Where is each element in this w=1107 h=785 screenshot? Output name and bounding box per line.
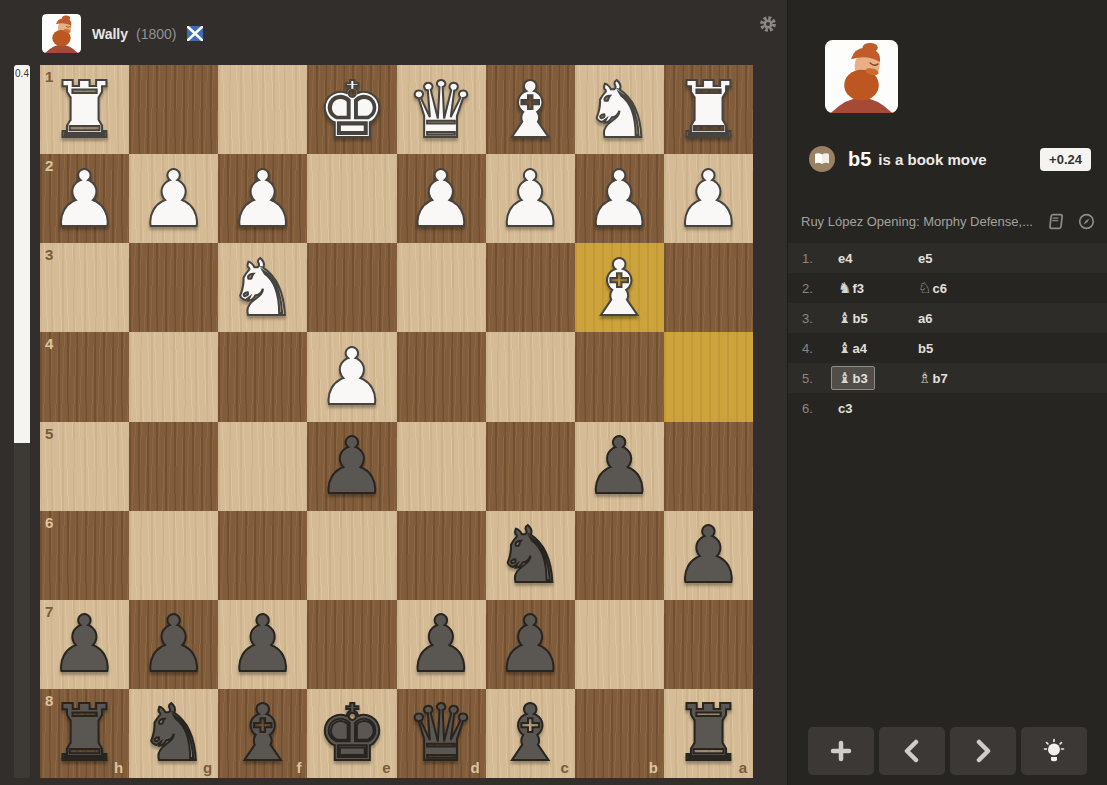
piece-white-bishop-b3[interactable]: ♝ xyxy=(575,243,664,332)
move-number: 1. xyxy=(802,251,831,266)
move-cell-black: a6 xyxy=(911,308,991,329)
move-row-6: 6.c3 xyxy=(788,393,1107,423)
square-g4[interactable] xyxy=(129,332,218,421)
move-4-white[interactable]: ♝a4 xyxy=(831,336,874,360)
explorer-compass-icon[interactable] xyxy=(1078,213,1095,230)
square-a2[interactable]: ♟ xyxy=(664,154,753,243)
move-cell-black: ♘c6 xyxy=(911,276,991,300)
openings-book-icon[interactable] xyxy=(1048,213,1065,230)
piece-black-pawn-g7[interactable]: ♟ xyxy=(129,600,218,689)
piece-white-knight-f3[interactable]: ♞ xyxy=(218,243,307,332)
piece-black-pawn-a6[interactable]: ♟ xyxy=(664,511,753,600)
move-4-black[interactable]: b5 xyxy=(911,338,940,359)
move-cell-black: b5 xyxy=(911,338,991,359)
square-f5[interactable] xyxy=(218,422,307,511)
comment-text: is a book move xyxy=(878,151,1040,168)
move-row-4: 4.♝a4b5 xyxy=(788,333,1107,363)
move-san: f3 xyxy=(852,281,864,296)
square-g1[interactable] xyxy=(129,65,218,154)
square-d6[interactable] xyxy=(397,511,486,600)
move-cell-white: ♝b3 xyxy=(831,366,911,390)
square-d2[interactable]: ♟ xyxy=(397,154,486,243)
settings-gear-icon[interactable] xyxy=(759,15,777,33)
back-button[interactable] xyxy=(879,727,945,775)
square-h8[interactable]: 8h♜ xyxy=(40,689,129,778)
move-number: 2. xyxy=(802,281,831,296)
analysis-panel: b5 is a book move +0.24 Ruy López Openin… xyxy=(787,0,1107,785)
square-g6[interactable] xyxy=(129,511,218,600)
file-label-c: c xyxy=(560,759,568,776)
square-f4[interactable] xyxy=(218,332,307,421)
player-avatar xyxy=(42,14,81,53)
square-b5[interactable]: ♟ xyxy=(575,422,664,511)
move-san: c6 xyxy=(932,281,946,296)
square-b8[interactable]: b xyxy=(575,689,664,778)
move-san: b3 xyxy=(852,371,867,386)
move-row-5: 5.♝b3♗b7 xyxy=(788,363,1107,393)
square-c2[interactable]: ♟ xyxy=(486,154,575,243)
move-san: b7 xyxy=(932,371,947,386)
square-e6[interactable] xyxy=(307,511,396,600)
piece-white-pawn-e4[interactable]: ♟ xyxy=(307,332,396,421)
square-c7[interactable]: ♟ xyxy=(486,600,575,689)
piece-white-queen-d1[interactable]: ♛ xyxy=(397,65,486,154)
chess-board: 1♜♚♛♝♞♜2♟♟♟♟♟♟♟3♞♝4♟5♟♟6♞♟7♟♟♟♟♟8h♜g♞f♝e… xyxy=(40,65,753,778)
chevron-right-icon xyxy=(973,739,993,763)
square-e4[interactable]: ♟ xyxy=(307,332,396,421)
move-san: c3 xyxy=(838,401,852,416)
square-c3[interactable] xyxy=(486,243,575,332)
square-f7[interactable]: ♟ xyxy=(218,600,307,689)
rank-label-3: 3 xyxy=(45,246,53,263)
piece-black-pawn-c7[interactable]: ♟ xyxy=(486,600,575,689)
comment-move: b5 xyxy=(848,148,871,171)
plus-button[interactable] xyxy=(808,727,874,775)
piece-black-pawn-b5[interactable]: ♟ xyxy=(575,422,664,511)
square-h4[interactable]: 4 xyxy=(40,332,129,421)
square-c1[interactable]: ♝ xyxy=(486,65,575,154)
square-b7[interactable] xyxy=(575,600,664,689)
piece-white-pawn-c2[interactable]: ♟ xyxy=(486,154,575,243)
square-g3[interactable] xyxy=(129,243,218,332)
scotland-flag-icon xyxy=(187,26,203,41)
move-number: 3. xyxy=(802,311,831,326)
square-g7[interactable]: ♟ xyxy=(129,600,218,689)
move-3-black[interactable]: a6 xyxy=(911,308,939,329)
move-san: e5 xyxy=(918,251,932,266)
square-f2[interactable]: ♟ xyxy=(218,154,307,243)
square-c5[interactable] xyxy=(486,422,575,511)
square-f8[interactable]: f♝ xyxy=(218,689,307,778)
piece-black-knight-c6[interactable]: ♞ xyxy=(486,511,575,600)
square-h5[interactable]: 5 xyxy=(40,422,129,511)
square-a7[interactable] xyxy=(664,600,753,689)
square-e8[interactable]: e♚ xyxy=(307,689,396,778)
square-a5[interactable] xyxy=(664,422,753,511)
square-b3[interactable]: ♝ xyxy=(575,243,664,332)
square-g2[interactable]: ♟ xyxy=(129,154,218,243)
square-h2[interactable]: 2♟ xyxy=(40,154,129,243)
move-row-1: 1.e4e5 xyxy=(788,243,1107,273)
move-2-black[interactable]: ♘c6 xyxy=(911,276,954,300)
move-6-white[interactable]: c3 xyxy=(831,398,859,419)
square-e7[interactable] xyxy=(307,600,396,689)
move-number: 6. xyxy=(802,401,831,416)
square-a6[interactable]: ♟ xyxy=(664,511,753,600)
player-name: Wally xyxy=(92,26,128,42)
opening-row[interactable]: Ruy López Opening: Morphy Defense,... xyxy=(801,206,1095,236)
square-c8[interactable]: c♝ xyxy=(486,689,575,778)
file-label-d: d xyxy=(470,759,479,776)
eval-white-section: 0.4 xyxy=(14,65,30,443)
eval-badge: +0.24 xyxy=(1040,148,1091,171)
move-1-white[interactable]: e4 xyxy=(831,248,859,269)
square-b2[interactable]: ♟ xyxy=(575,154,664,243)
piece-white-pawn-d2[interactable]: ♟ xyxy=(397,154,486,243)
board-controls xyxy=(808,727,1087,775)
piece-black-pawn-e5[interactable]: ♟ xyxy=(307,422,396,511)
white-figurine-icon: ♝ xyxy=(838,369,851,387)
square-d7[interactable]: ♟ xyxy=(397,600,486,689)
move-san: b5 xyxy=(852,311,867,326)
move-san: a6 xyxy=(918,311,932,326)
piece-white-pawn-b2[interactable]: ♟ xyxy=(575,154,664,243)
move-list: 1.e4e52.♞f3♘c63.♝b5a64.♝a4b55.♝b3♗b76.c3 xyxy=(788,243,1107,423)
square-f6[interactable] xyxy=(218,511,307,600)
move-cell-black: e5 xyxy=(911,248,991,269)
square-e1[interactable]: ♚ xyxy=(307,65,396,154)
move-cell-white: c3 xyxy=(831,398,911,419)
move-number: 4. xyxy=(802,341,831,356)
square-d5[interactable] xyxy=(397,422,486,511)
eval-value: 0.4 xyxy=(15,68,29,443)
piece-black-bishop-f8[interactable]: ♝ xyxy=(218,689,307,778)
black-figurine-icon: ♗ xyxy=(918,369,931,387)
move-cell-black: ♗b7 xyxy=(911,366,991,390)
square-e5[interactable]: ♟ xyxy=(307,422,396,511)
square-h7[interactable]: 7♟ xyxy=(40,600,129,689)
square-a8[interactable]: a♜ xyxy=(664,689,753,778)
move-san: e4 xyxy=(838,251,852,266)
piece-white-pawn-f2[interactable]: ♟ xyxy=(218,154,307,243)
file-label-f: f xyxy=(296,759,301,776)
white-figurine-icon: ♝ xyxy=(838,309,851,327)
move-5-white-current[interactable]: ♝b3 xyxy=(831,366,875,390)
square-h6[interactable]: 6 xyxy=(40,511,129,600)
player-rating: (1800) xyxy=(136,26,176,42)
piece-black-pawn-h7[interactable]: ♟ xyxy=(40,600,129,689)
move-cell-white: ♞f3 xyxy=(831,276,911,300)
piece-white-pawn-g2[interactable]: ♟ xyxy=(129,154,218,243)
square-g5[interactable] xyxy=(129,422,218,511)
square-d3[interactable] xyxy=(397,243,486,332)
square-f1[interactable] xyxy=(218,65,307,154)
piece-black-pawn-d7[interactable]: ♟ xyxy=(397,600,486,689)
move-1-black[interactable]: e5 xyxy=(911,248,939,269)
piece-white-knight-b1[interactable]: ♞ xyxy=(575,65,664,154)
coach-avatar xyxy=(824,40,899,113)
move-2-white[interactable]: ♞f3 xyxy=(831,276,871,300)
white-figurine-icon: ♝ xyxy=(838,339,851,357)
square-h1[interactable]: 1♜ xyxy=(40,65,129,154)
move-cell-white: ♝a4 xyxy=(831,336,911,360)
move-san: a4 xyxy=(852,341,866,356)
hint-button[interactable] xyxy=(1021,727,1087,775)
file-label-e: e xyxy=(382,759,390,776)
file-label-a: a xyxy=(739,759,747,776)
move-row-3: 3.♝b5a6 xyxy=(788,303,1107,333)
top-player-info: Wally (1800) xyxy=(42,14,203,53)
piece-white-pawn-h2[interactable]: ♟ xyxy=(40,154,129,243)
rank-label-5: 5 xyxy=(45,425,53,442)
square-d1[interactable]: ♛ xyxy=(397,65,486,154)
move-number: 5. xyxy=(802,371,831,386)
rank-label-6: 6 xyxy=(45,514,53,531)
chevron-left-icon xyxy=(902,739,922,763)
square-d8[interactable]: d♛ xyxy=(397,689,486,778)
white-figurine-icon: ♞ xyxy=(838,279,851,297)
square-b1[interactable]: ♞ xyxy=(575,65,664,154)
rank-label-7: 7 xyxy=(45,603,53,620)
chess-analysis-app: Wally (1800) 0.4 1♜♚♛♝♞♜2♟♟♟♟♟♟♟3♞♝4♟5♟♟… xyxy=(0,0,1107,785)
lightbulb-icon xyxy=(1043,738,1065,764)
piece-white-rook-h1[interactable]: ♜ xyxy=(40,65,129,154)
rank-label-4: 4 xyxy=(45,335,53,352)
rank-label-8: 8 xyxy=(45,692,53,709)
square-g8[interactable]: g♞ xyxy=(129,689,218,778)
book-icon xyxy=(809,146,835,172)
file-label-g: g xyxy=(203,759,212,776)
square-c6[interactable]: ♞ xyxy=(486,511,575,600)
move-5-black[interactable]: ♗b7 xyxy=(911,366,955,390)
evaluation-bar: 0.4 xyxy=(14,65,30,778)
square-b4[interactable] xyxy=(575,332,664,421)
opening-name[interactable]: Ruy López Opening: Morphy Defense,... xyxy=(801,214,1035,229)
move-3-white[interactable]: ♝b5 xyxy=(831,306,875,330)
black-figurine-icon: ♘ xyxy=(918,279,931,297)
move-cell-white: e4 xyxy=(831,248,911,269)
rank-label-2: 2 xyxy=(45,157,53,174)
square-f3[interactable]: ♞ xyxy=(218,243,307,332)
forward-button[interactable] xyxy=(950,727,1016,775)
piece-white-rook-a1[interactable]: ♜ xyxy=(664,65,753,154)
file-label-b: b xyxy=(649,759,658,776)
move-cell-white: ♝b5 xyxy=(831,306,911,330)
square-c4[interactable] xyxy=(486,332,575,421)
file-label-h: h xyxy=(114,759,123,776)
square-e3[interactable] xyxy=(307,243,396,332)
piece-white-pawn-a2[interactable]: ♟ xyxy=(664,154,753,243)
move-row-2: 2.♞f3♘c6 xyxy=(788,273,1107,303)
move-san: b5 xyxy=(918,341,933,356)
square-b6[interactable] xyxy=(575,511,664,600)
rank-label-1: 1 xyxy=(45,68,53,85)
square-a4[interactable] xyxy=(664,332,753,421)
square-h3[interactable]: 3 xyxy=(40,243,129,332)
piece-black-pawn-f7[interactable]: ♟ xyxy=(218,600,307,689)
piece-white-king-e1[interactable]: ♚ xyxy=(307,65,396,154)
plus-icon xyxy=(829,739,853,763)
piece-white-bishop-c1[interactable]: ♝ xyxy=(486,65,575,154)
square-a3[interactable] xyxy=(664,243,753,332)
square-a1[interactable]: ♜ xyxy=(664,65,753,154)
square-e2[interactable] xyxy=(307,154,396,243)
move-comment: b5 is a book move +0.24 xyxy=(809,144,1091,174)
square-d4[interactable] xyxy=(397,332,486,421)
